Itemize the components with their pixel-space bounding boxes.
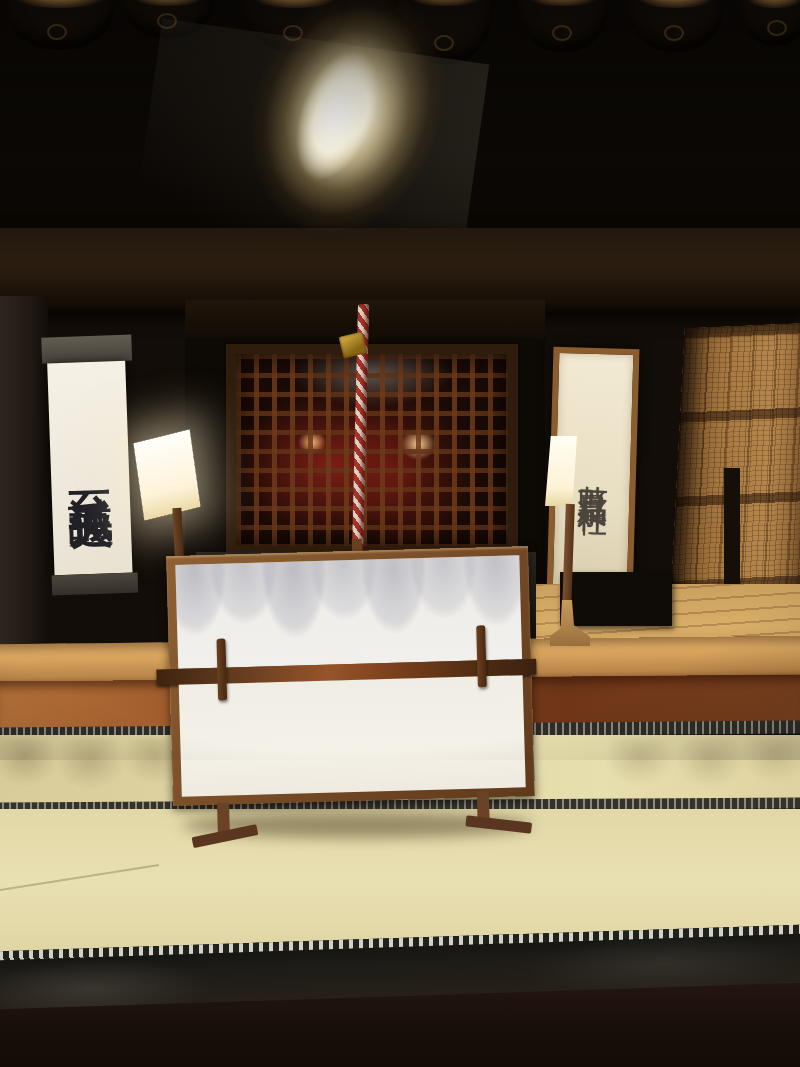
board-foot-right-base (465, 815, 532, 833)
photo-vignette (0, 0, 800, 760)
shrine-room-photo: 至誠通天 芦野温泉神社 (0, 0, 800, 1067)
